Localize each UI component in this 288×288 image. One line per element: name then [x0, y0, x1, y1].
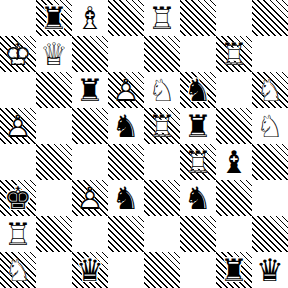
square-h7[interactable] [252, 36, 288, 72]
white-rook-f4: ♖ [180, 144, 216, 180]
white-knight-h6: ♘ [252, 72, 288, 108]
white-knight-e6: ♘ [144, 72, 180, 108]
white-knight-h5: ♘ [252, 108, 288, 144]
square-h3[interactable] [252, 180, 288, 216]
square-c1[interactable]: ♛ [72, 252, 108, 288]
square-e1[interactable] [144, 252, 180, 288]
square-b4[interactable] [36, 144, 72, 180]
white-pawn-d6: ♙ [108, 72, 144, 108]
square-g4[interactable]: ♝ [216, 144, 252, 180]
square-b1[interactable] [36, 252, 72, 288]
square-a6[interactable] [0, 72, 36, 108]
white-rook-e5: ♖ [144, 108, 180, 144]
black-queen-h1: ♛ [252, 252, 288, 288]
square-d7[interactable] [108, 36, 144, 72]
square-c8[interactable]: ♝♗ [72, 0, 108, 36]
white-queen-b7: ♕ [36, 36, 72, 72]
square-c5[interactable] [72, 108, 108, 144]
square-e4[interactable] [144, 144, 180, 180]
white-rook-a2: ♖ [0, 216, 36, 252]
square-e6[interactable]: ♞♘ [144, 72, 180, 108]
square-h4[interactable] [252, 144, 288, 180]
square-b6[interactable] [36, 72, 72, 108]
square-c4[interactable] [72, 144, 108, 180]
square-c2[interactable] [72, 216, 108, 252]
square-b5[interactable] [36, 108, 72, 144]
square-e5[interactable]: ♜♖ [144, 108, 180, 144]
square-h5[interactable]: ♞♘ [252, 108, 288, 144]
square-h6[interactable]: ♞♘ [252, 72, 288, 108]
square-b8[interactable]: ♜ [36, 0, 72, 36]
square-g1[interactable]: ♜ [216, 252, 252, 288]
chess-board: ♜♝♗♜♖♚♔♛♕♜♖♜♟♙♞♘♞♞♘♟♙♞♜♖♜♞♘♜♖♝♚♟♙♞♞♜♖♞♘♛… [0, 0, 288, 288]
square-d2[interactable] [108, 216, 144, 252]
square-f8[interactable] [180, 0, 216, 36]
square-d3[interactable]: ♞ [108, 180, 144, 216]
square-f2[interactable] [180, 216, 216, 252]
square-a5[interactable]: ♟♙ [0, 108, 36, 144]
white-knight-a1: ♘ [0, 252, 36, 288]
square-h1[interactable]: ♛ [252, 252, 288, 288]
white-king-a7: ♔ [0, 36, 36, 72]
black-knight-f6: ♞ [180, 72, 216, 108]
white-rook-e8: ♖ [144, 0, 180, 36]
white-pawn-c3: ♙ [72, 180, 108, 216]
square-f1[interactable] [180, 252, 216, 288]
black-queen-c1: ♛ [72, 252, 108, 288]
square-g2[interactable] [216, 216, 252, 252]
square-c3[interactable]: ♟♙ [72, 180, 108, 216]
square-d8[interactable] [108, 0, 144, 36]
square-a1[interactable]: ♞♘ [0, 252, 36, 288]
chess-diagram: ♜♝♗♜♖♚♔♛♕♜♖♜♟♙♞♘♞♞♘♟♙♞♜♖♜♞♘♜♖♝♚♟♙♞♞♜♖♞♘♛… [0, 0, 288, 288]
white-pawn-a5: ♙ [0, 108, 36, 144]
black-king-a3: ♚ [0, 180, 36, 216]
square-h2[interactable] [252, 216, 288, 252]
black-rook-c6: ♜ [72, 72, 108, 108]
square-d6[interactable]: ♟♙ [108, 72, 144, 108]
square-g6[interactable] [216, 72, 252, 108]
square-g5[interactable] [216, 108, 252, 144]
square-a4[interactable] [0, 144, 36, 180]
square-f7[interactable] [180, 36, 216, 72]
black-knight-f3: ♞ [180, 180, 216, 216]
white-rook-g7: ♖ [216, 36, 252, 72]
square-a2[interactable]: ♜♖ [0, 216, 36, 252]
square-d1[interactable] [108, 252, 144, 288]
square-a7[interactable]: ♚♔ [0, 36, 36, 72]
square-h8[interactable] [252, 0, 288, 36]
square-f3[interactable]: ♞ [180, 180, 216, 216]
square-e2[interactable] [144, 216, 180, 252]
square-d5[interactable]: ♞ [108, 108, 144, 144]
black-rook-f5: ♜ [180, 108, 216, 144]
black-rook-b8: ♜ [36, 0, 72, 36]
square-f4[interactable]: ♜♖ [180, 144, 216, 180]
square-a8[interactable] [0, 0, 36, 36]
black-knight-d3: ♞ [108, 180, 144, 216]
square-e8[interactable]: ♜♖ [144, 0, 180, 36]
square-a3[interactable]: ♚ [0, 180, 36, 216]
square-c6[interactable]: ♜ [72, 72, 108, 108]
square-f6[interactable]: ♞ [180, 72, 216, 108]
black-rook-g1: ♜ [216, 252, 252, 288]
square-e3[interactable] [144, 180, 180, 216]
white-bishop-c8: ♗ [72, 0, 108, 36]
black-knight-d5: ♞ [108, 108, 144, 144]
square-g7[interactable]: ♜♖ [216, 36, 252, 72]
square-b3[interactable] [36, 180, 72, 216]
square-d4[interactable] [108, 144, 144, 180]
square-b7[interactable]: ♛♕ [36, 36, 72, 72]
square-c7[interactable] [72, 36, 108, 72]
black-bishop-g4: ♝ [216, 144, 252, 180]
square-f5[interactable]: ♜ [180, 108, 216, 144]
square-g8[interactable] [216, 0, 252, 36]
square-b2[interactable] [36, 216, 72, 252]
square-g3[interactable] [216, 180, 252, 216]
square-e7[interactable] [144, 36, 180, 72]
